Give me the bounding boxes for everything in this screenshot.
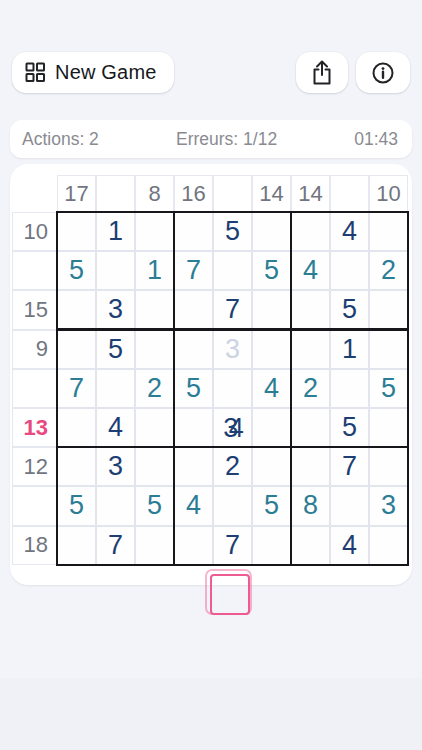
cell-r5c6[interactable]: 4 [252, 369, 291, 408]
cell-r4c5[interactable]: 3 [213, 330, 252, 369]
cell-r3c3[interactable] [135, 290, 174, 329]
left-clue-row-5 [12, 369, 57, 408]
user-digit: 5 [69, 490, 84, 521]
cell-r9c5[interactable]: 7 [213, 526, 252, 565]
new-game-button[interactable]: New Game [12, 52, 174, 93]
given-digit: 7 [225, 530, 240, 561]
cell-r2c6[interactable]: 5 [252, 251, 291, 290]
cell-r8c2[interactable] [96, 486, 135, 525]
user-digit: 4 [303, 255, 318, 286]
top-clue-col-6: 14 [252, 175, 291, 212]
cell-r8c8[interactable] [330, 486, 369, 525]
cell-r6c1[interactable] [57, 408, 96, 447]
sudoku-card: 1781614141010154517542153759531725425134… [10, 164, 412, 585]
cell-r9c8[interactable]: 4 [330, 526, 369, 565]
user-digit: 2 [303, 373, 318, 404]
cell-r2c8[interactable] [330, 251, 369, 290]
info-button[interactable] [356, 52, 410, 93]
cell-r9c3[interactable] [135, 526, 174, 565]
top-clue-col-4: 16 [174, 175, 213, 212]
cell-r6c9[interactable] [369, 408, 408, 447]
cell-r9c9[interactable] [369, 526, 408, 565]
ghost-digit: 3 [225, 334, 240, 365]
user-digit: 4 [186, 490, 201, 521]
cell-r9c7[interactable] [291, 526, 330, 565]
cell-r5c4[interactable]: 5 [174, 369, 213, 408]
cell-r1c2[interactable]: 1 [96, 212, 135, 251]
cell-r3c1[interactable] [57, 290, 96, 329]
user-digit: 8 [303, 490, 318, 521]
cell-r8c6[interactable]: 5 [252, 486, 291, 525]
cell-r7c8[interactable]: 7 [330, 447, 369, 486]
top-clue-col-9: 10 [369, 175, 408, 212]
cell-r3c8[interactable]: 5 [330, 290, 369, 329]
left-clue-row-3: 15 [12, 290, 57, 329]
cell-r3c9[interactable] [369, 290, 408, 329]
cell-r7c4[interactable] [174, 447, 213, 486]
user-digit: 5 [381, 373, 396, 404]
user-digit: 2 [147, 373, 162, 404]
left-clue-row-1: 10 [12, 212, 57, 251]
cell-r2c9[interactable]: 2 [369, 251, 408, 290]
cell-r4c2[interactable]: 5 [96, 330, 135, 369]
cell-r9c4[interactable] [174, 526, 213, 565]
share-button[interactable] [296, 52, 348, 93]
left-clue-row-4: 9 [12, 330, 57, 369]
top-clue-col-3: 8 [135, 175, 174, 212]
cell-r2c3[interactable]: 1 [135, 251, 174, 290]
user-digit: 5 [69, 255, 84, 286]
cell-r4c6[interactable] [252, 330, 291, 369]
cell-r1c7[interactable] [291, 212, 330, 251]
cell-r6c2[interactable]: 4 [96, 408, 135, 447]
cell-r6c3[interactable] [135, 408, 174, 447]
user-digit: 1 [147, 255, 162, 286]
given-digit: 3 [108, 294, 123, 325]
given-digit: 1 [108, 216, 123, 247]
cell-r5c7[interactable]: 2 [291, 369, 330, 408]
given-digit: 3 [108, 451, 123, 482]
cell-r8c9[interactable]: 3 [369, 486, 408, 525]
cell-r4c4[interactable] [174, 330, 213, 369]
given-digit: 7 [342, 451, 357, 482]
user-digit: 7 [69, 373, 84, 404]
top-clue-col-5 [213, 175, 252, 212]
given-digit: 7 [108, 530, 123, 561]
cell-r1c4[interactable] [174, 212, 213, 251]
left-clue-row-6: 13 [12, 408, 57, 447]
cell-r5c5[interactable] [213, 369, 252, 408]
cell-r9c1[interactable] [57, 526, 96, 565]
cell-r6c6[interactable] [252, 408, 291, 447]
cell-r9c6[interactable] [252, 526, 291, 565]
user-digit: 3 [381, 490, 396, 521]
cell-r7c2[interactable]: 3 [96, 447, 135, 486]
cell-r6c5[interactable]: 34 [213, 408, 252, 447]
user-digit: 5 [264, 490, 279, 521]
timer: 01:43 [354, 129, 398, 150]
left-clue-row-7: 12 [12, 447, 57, 486]
share-icon [310, 59, 334, 86]
cell-r6c4[interactable] [174, 408, 213, 447]
cell-r1c5[interactable]: 5 [213, 212, 252, 251]
cell-r8c4[interactable]: 4 [174, 486, 213, 525]
errors-counter: Erreurs: 1/12 [176, 129, 277, 150]
given-digit: 1 [342, 334, 357, 365]
top-clue-col-1: 17 [57, 175, 96, 212]
cell-r3c5[interactable]: 7 [213, 290, 252, 329]
clue-corner [12, 175, 57, 212]
cell-r5c1[interactable]: 7 [57, 369, 96, 408]
top-clue-col-7: 14 [291, 175, 330, 212]
given-digit: 5 [342, 412, 357, 443]
user-digit: 7 [186, 255, 201, 286]
cell-r4c1[interactable] [57, 330, 96, 369]
given-digit: 2 [225, 451, 240, 482]
cell-r3c4[interactable] [174, 290, 213, 329]
user-digit: 5 [264, 255, 279, 286]
left-clue-row-8 [12, 486, 57, 525]
cell-r1c6[interactable] [252, 212, 291, 251]
cell-r2c7[interactable]: 4 [291, 251, 330, 290]
apps-grid-icon [25, 62, 46, 83]
cell-r7c6[interactable] [252, 447, 291, 486]
user-digit: 4 [264, 373, 279, 404]
left-clue-row-2 [12, 251, 57, 290]
cell-r8c1[interactable]: 5 [57, 486, 96, 525]
cell-r3c7[interactable] [291, 290, 330, 329]
given-digit: 5 [225, 216, 240, 247]
top-clue-col-8 [330, 175, 369, 212]
cell-r4c9[interactable] [369, 330, 408, 369]
cell-r5c2[interactable] [96, 369, 135, 408]
cell-r7c1[interactable] [57, 447, 96, 486]
given-digit: 7 [225, 294, 240, 325]
given-digit: 4 [342, 216, 357, 247]
actions-counter: Actions: 2 [22, 129, 99, 150]
left-clue-row-9: 18 [12, 526, 57, 565]
user-digit: 5 [147, 490, 162, 521]
cell-r9c2[interactable]: 7 [96, 526, 135, 565]
cell-r1c1[interactable] [57, 212, 96, 251]
given-digit: 4 [342, 530, 357, 561]
cell-r8c5[interactable] [213, 486, 252, 525]
cell-r5c3[interactable]: 2 [135, 369, 174, 408]
cell-r7c9[interactable] [369, 447, 408, 486]
user-digit: 5 [186, 373, 201, 404]
cell-r6c8[interactable]: 5 [330, 408, 369, 447]
cell-r4c3[interactable] [135, 330, 174, 369]
cell-r2c1[interactable]: 5 [57, 251, 96, 290]
cell-r2c4[interactable]: 7 [174, 251, 213, 290]
cell-r5c8[interactable] [330, 369, 369, 408]
selected-cell-highlight [210, 574, 250, 615]
bottom-area [0, 678, 422, 750]
given-digit: 5 [342, 294, 357, 325]
status-bar: Actions: 2 Erreurs: 1/12 01:43 [10, 120, 412, 158]
cell-r4c7[interactable] [291, 330, 330, 369]
cell-r2c2[interactable] [96, 251, 135, 290]
cell-r8c3[interactable]: 5 [135, 486, 174, 525]
cell-r1c3[interactable] [135, 212, 174, 251]
cell-r3c6[interactable] [252, 290, 291, 329]
new-game-label: New Game [55, 61, 157, 84]
sudoku-grid: 1781614141010154517542153759531725425134… [12, 175, 408, 565]
cell-r7c3[interactable] [135, 447, 174, 486]
cell-r7c7[interactable] [291, 447, 330, 486]
cell-r8c7[interactable]: 8 [291, 486, 330, 525]
cell-r3c2[interactable]: 3 [96, 290, 135, 329]
cell-r5c9[interactable]: 5 [369, 369, 408, 408]
info-icon [371, 61, 395, 85]
selected-cell-new-digit: 4 [229, 412, 244, 443]
cell-r2c5[interactable] [213, 251, 252, 290]
selected-cell-outer-highlight [205, 569, 252, 615]
given-digit: 5 [108, 334, 123, 365]
user-digit: 2 [381, 255, 396, 286]
cell-r4c8[interactable]: 1 [330, 330, 369, 369]
cell-r1c8[interactable]: 4 [330, 212, 369, 251]
top-clue-col-2 [96, 175, 135, 212]
cell-r1c9[interactable] [369, 212, 408, 251]
cell-r6c7[interactable] [291, 408, 330, 447]
given-digit: 4 [108, 412, 123, 443]
cell-r7c5[interactable]: 2 [213, 447, 252, 486]
